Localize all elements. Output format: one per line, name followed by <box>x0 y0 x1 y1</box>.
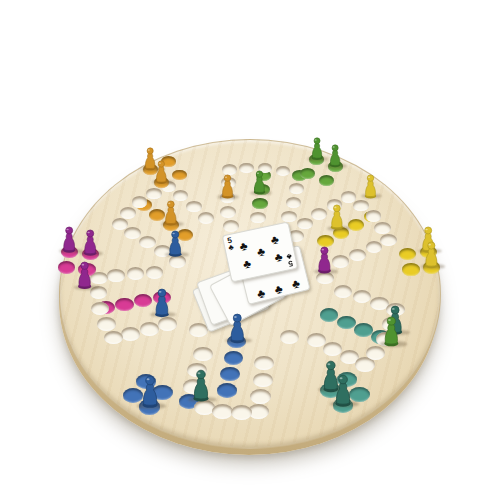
pawn-orange-2[interactable] <box>154 160 169 185</box>
hole-yellow-A1 <box>366 210 382 222</box>
hole-orange-R3 <box>112 218 128 230</box>
hole-teal-f2 <box>354 323 373 337</box>
pawn-green-1[interactable] <box>310 137 324 161</box>
pawn-yellow-2[interactable] <box>423 241 440 269</box>
hole-orange-R2 <box>124 227 140 239</box>
hole-yellow-L3 <box>380 234 397 246</box>
hole-blue-R1 <box>253 373 273 388</box>
hole-teal-R0 <box>334 285 352 298</box>
pawn-blue-3[interactable] <box>167 230 183 258</box>
keezen-board-photo: A ♠ ♣ ♣ ♣ 5 ♣ 5 ♣ ♣♣♣♣♣ <box>0 0 500 500</box>
club-pip-icon: ♣ <box>273 283 284 297</box>
hole-magenta-R1 <box>140 322 159 336</box>
hole-magenta-H0 <box>58 261 75 274</box>
pawn-blue-2[interactable] <box>228 313 247 344</box>
club-pip-icon: ♣ <box>238 240 248 253</box>
hole-magenta-R2 <box>121 327 140 341</box>
hole-orange-L1 <box>186 201 202 212</box>
hole-yellow-R1 <box>311 208 327 220</box>
hole-teal-L1 <box>323 342 342 356</box>
hole-magenta-L0 <box>146 266 163 279</box>
hole-teal-f1 <box>337 316 356 330</box>
hole-teal-R1 <box>353 290 371 303</box>
club-pip-icon: ♣ <box>256 245 266 258</box>
club-pip-icon: ♣ <box>270 233 280 246</box>
hole-green-f0 <box>250 212 266 224</box>
pawn-magenta-2[interactable] <box>82 229 98 257</box>
club-pip-icon: ♣ <box>256 287 267 301</box>
hole-orange-H3 <box>172 170 187 181</box>
hole-magenta-L2 <box>107 269 124 282</box>
hole-green-R0 <box>220 206 236 218</box>
pawn-magenta-3[interactable] <box>76 261 93 290</box>
hole-green-H2 <box>300 168 315 179</box>
hole-yellow-A0 <box>374 222 390 234</box>
hole-yellow-L0 <box>332 255 349 267</box>
card-pile[interactable]: A ♠ ♣ ♣ ♣ 5 ♣ 5 ♣ ♣♣♣♣♣ <box>186 224 326 329</box>
hole-yellow-H3 <box>402 263 419 276</box>
hole-blue-R2 <box>250 389 271 404</box>
hole-teal-V <box>280 330 299 344</box>
hole-green-H3 <box>319 175 334 186</box>
pawn-magenta-1[interactable] <box>61 226 77 254</box>
pawn-blue-4[interactable] <box>153 288 171 318</box>
pawn-green-4[interactable] <box>382 316 401 347</box>
hole-magenta-A2 <box>97 317 116 331</box>
pawn-green-3[interactable] <box>252 170 267 195</box>
hole-blue-R0 <box>254 356 274 370</box>
hole-orange-A1 <box>132 196 148 207</box>
club-pip-icon: ♣ <box>242 257 252 270</box>
pawn-yellow-3[interactable] <box>329 204 345 231</box>
pawn-orange-3[interactable] <box>163 200 179 226</box>
hole-green-f1 <box>252 198 268 209</box>
pawn-orange-4[interactable] <box>220 174 235 199</box>
hole-blue-A2 <box>231 405 252 420</box>
club-pip-icon: ♣ <box>273 251 283 264</box>
hole-yellow-f2 <box>348 219 364 231</box>
hole-blue-L0 <box>193 347 212 361</box>
pawn-blue-1[interactable] <box>140 375 160 409</box>
pawn-yellow-4[interactable] <box>363 174 378 199</box>
club-suit-icon: ♣ <box>228 242 235 252</box>
hole-magenta-R0 <box>158 317 177 331</box>
pawn-teal-4[interactable] <box>191 369 211 403</box>
hole-green-L2 <box>289 183 304 194</box>
hole-orange-A0 <box>146 188 161 199</box>
hole-teal-L0 <box>307 333 326 347</box>
hole-yellow-L1 <box>349 249 366 261</box>
hole-blue-f3 <box>217 383 237 398</box>
club-pip-icon: ♣ <box>290 277 301 291</box>
hole-blue-f1 <box>224 351 244 365</box>
hole-orange-A2 <box>120 207 136 219</box>
club-suit-icon: ♣ <box>285 252 292 262</box>
hole-magenta-f2 <box>115 298 133 311</box>
pawn-green-2[interactable] <box>328 144 342 168</box>
hole-magenta-L1 <box>127 267 144 280</box>
hole-orange-L0 <box>198 212 214 224</box>
hole-teal-A0 <box>366 346 385 360</box>
pawn-teal-1[interactable] <box>333 374 353 408</box>
